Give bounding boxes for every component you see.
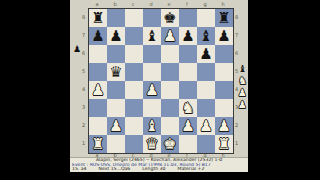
square-c7: [125, 27, 143, 45]
white-queen: ♛: [145, 135, 158, 153]
square-h2: ♟: [215, 117, 233, 135]
square-h7: ♟: [215, 27, 233, 45]
square-f4: [179, 81, 197, 99]
captured-white-knight: ♞: [238, 75, 247, 87]
move-info-segment-0: 15. a4: [72, 167, 87, 172]
white-pawn: ♟: [145, 81, 158, 99]
move-info-segment-2: Length 30: [142, 167, 165, 172]
square-g6: ♟: [197, 45, 215, 63]
black-pawn: ♟: [199, 45, 212, 63]
square-a8: ♜: [89, 9, 107, 27]
rank-label-1: 1: [81, 134, 86, 152]
square-b6: [107, 45, 125, 63]
square-f1: [179, 135, 197, 153]
square-e6: [161, 45, 179, 63]
white-king: ♚: [163, 135, 176, 153]
square-g4: [197, 81, 215, 99]
black-pawn: ♟: [217, 27, 230, 45]
square-a4: ♟: [89, 81, 107, 99]
file-labels-top: abcdefgh: [88, 1, 232, 7]
square-b5: ♛: [107, 63, 125, 81]
move-info-segment-1: Next 15...Qa6: [99, 167, 131, 172]
chess-board: ♜♚♜♟♟♝♟♟♝♟♟♛♟♟♞♟♝♟♟♟♜♛♚♜: [88, 8, 234, 154]
square-f6: [179, 45, 197, 63]
white-bishop: ♝: [145, 117, 158, 135]
file-label-d: d: [142, 1, 160, 7]
square-c6: [125, 45, 143, 63]
file-label-h: h: [214, 1, 232, 7]
rank-label-8: 8: [234, 8, 239, 26]
square-a2: [89, 117, 107, 135]
square-d7: ♝: [143, 27, 161, 45]
square-d5: [143, 63, 161, 81]
rank-label-7: 7: [81, 26, 86, 44]
white-knight: ♞: [181, 99, 194, 117]
white-pawn: ♟: [199, 117, 212, 135]
game-info-bar: Alapin, Sergei (2465) -- Kovchan, Alexan…: [70, 157, 248, 172]
square-b1: [107, 135, 125, 153]
square-c5: [125, 63, 143, 81]
side-to-move-indicator: ♟: [73, 44, 81, 54]
square-e1: ♚: [161, 135, 179, 153]
square-g3: [197, 99, 215, 117]
white-pawn: ♟: [163, 27, 176, 45]
square-c1: [125, 135, 143, 153]
square-g7: ♝: [197, 27, 215, 45]
square-d4: ♟: [143, 81, 161, 99]
white-pawn: ♟: [217, 117, 230, 135]
rank-label-5: 5: [81, 62, 86, 80]
captured-white-pawn: ♟: [238, 87, 247, 99]
square-h3: [215, 99, 233, 117]
moves-line: 15. a4Next 15...Qa6Length 30Material +2: [70, 167, 248, 172]
black-bishop: ♝: [145, 27, 158, 45]
white-pawn: ♟: [91, 81, 104, 99]
rank-label-6: 6: [81, 44, 86, 62]
square-a5: [89, 63, 107, 81]
rank-label-6: 6: [234, 44, 239, 62]
square-b4: [107, 81, 125, 99]
black-pawn: ♟: [181, 27, 194, 45]
square-f7: ♟: [179, 27, 197, 45]
square-b2: ♟: [107, 117, 125, 135]
square-f3: ♞: [179, 99, 197, 117]
rank-label-3: 3: [81, 98, 86, 116]
file-label-a: a: [88, 1, 106, 7]
square-f2: ♟: [179, 117, 197, 135]
file-label-g: g: [196, 1, 214, 7]
rank-label-7: 7: [234, 26, 239, 44]
square-d2: ♝: [143, 117, 161, 135]
square-d3: [143, 99, 161, 117]
square-b7: ♟: [107, 27, 125, 45]
captured-black-bishop: ♝: [238, 63, 247, 75]
square-e3: [161, 99, 179, 117]
square-d1: ♛: [143, 135, 161, 153]
square-h8: ♜: [215, 9, 233, 27]
square-e4: [161, 81, 179, 99]
rank-label-4: 4: [81, 80, 86, 98]
captured-white-pawn: ♟: [238, 99, 247, 111]
captured-pieces-tray: ♝♞♟♟: [237, 63, 248, 111]
rank-labels-left: 87654321: [81, 8, 86, 152]
square-g2: ♟: [197, 117, 215, 135]
rank-label-8: 8: [81, 8, 86, 26]
square-f5: [179, 63, 197, 81]
square-e7: ♟: [161, 27, 179, 45]
black-rook: ♜: [91, 9, 104, 27]
black-king: ♚: [163, 9, 176, 27]
diagram-panel: abcdefgh abcdefgh 87654321 87654321 ♟ ♜♚…: [70, 0, 248, 172]
square-a7: ♟: [89, 27, 107, 45]
file-label-f: f: [178, 1, 196, 7]
black-pawn: ♟: [109, 27, 122, 45]
square-g5: [197, 63, 215, 81]
square-g1: [197, 135, 215, 153]
square-e8: ♚: [161, 9, 179, 27]
file-label-b: b: [106, 1, 124, 7]
square-h6: [215, 45, 233, 63]
square-c4: [125, 81, 143, 99]
square-a1: ♜: [89, 135, 107, 153]
square-h5: [215, 63, 233, 81]
square-c3: [125, 99, 143, 117]
square-b8: [107, 9, 125, 27]
black-bishop: ♝: [199, 27, 212, 45]
rank-label-2: 2: [81, 116, 86, 134]
square-a3: [89, 99, 107, 117]
square-h1: ♜: [215, 135, 233, 153]
rank-label-2: 2: [234, 116, 239, 134]
video-frame: { "game": "chess", "position": { "fen": …: [0, 0, 320, 180]
square-e2: [161, 117, 179, 135]
move-info-segment-3: Material +2: [177, 167, 204, 172]
square-c8: [125, 9, 143, 27]
square-d6: [143, 45, 161, 63]
square-d8: [143, 9, 161, 27]
square-a6: [89, 45, 107, 63]
white-pawn: ♟: [181, 117, 194, 135]
square-c2: [125, 117, 143, 135]
black-pawn: ♟: [91, 27, 104, 45]
square-f8: [179, 9, 197, 27]
black-rook: ♜: [217, 9, 230, 27]
white-rook: ♜: [217, 135, 230, 153]
black-queen: ♛: [109, 63, 122, 81]
square-g8: [197, 9, 215, 27]
rank-label-1: 1: [234, 134, 239, 152]
white-rook: ♜: [91, 135, 104, 153]
square-h4: [215, 81, 233, 99]
square-e5: [161, 63, 179, 81]
square-b3: [107, 99, 125, 117]
file-label-c: c: [124, 1, 142, 7]
white-pawn: ♟: [109, 117, 122, 135]
file-label-e: e: [160, 1, 178, 7]
